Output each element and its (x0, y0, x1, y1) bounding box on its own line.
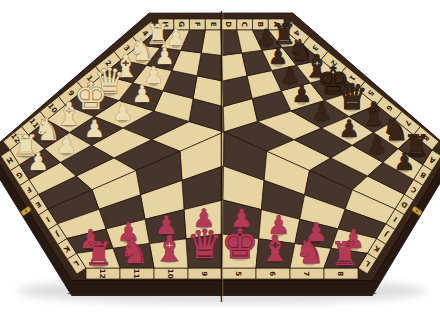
edge-label: D (224, 21, 233, 27)
piece-black-p[interactable]: ♟ (311, 98, 332, 126)
edge-label: 10 (166, 269, 175, 279)
piece-black-p[interactable]: ♟ (393, 147, 415, 176)
piece-black-p[interactable]: ♟ (366, 131, 388, 159)
piece-white-p[interactable]: ♟ (56, 131, 78, 159)
svg-text:♟: ♟ (291, 80, 312, 107)
edge-label: 6 (268, 271, 277, 276)
svg-text:♛: ♛ (187, 221, 222, 267)
piece-black-p[interactable]: ♟ (338, 115, 359, 143)
svg-text:♝: ♝ (154, 228, 186, 269)
piece-red-k[interactable]: ♚ (221, 219, 258, 268)
edge-label: 5 (234, 271, 243, 276)
svg-text:♜: ♜ (84, 235, 113, 273)
three-player-chess-board: HGFEDCBA43215678ABCDIJKL12111095678HGFEI… (0, 0, 440, 312)
piece-red-r[interactable]: ♜ (331, 235, 360, 273)
svg-text:♝: ♝ (259, 228, 291, 269)
piece-red-n[interactable]: ♞ (119, 232, 149, 271)
edge-label: F (193, 22, 202, 27)
piece-black-p[interactable]: ♟ (291, 80, 312, 107)
svg-text:♞: ♞ (119, 232, 149, 271)
edge-label: C (240, 22, 249, 27)
edge-label: 9 (200, 271, 209, 276)
piece-white-p[interactable]: ♟ (27, 147, 49, 176)
piece-red-q[interactable]: ♛ (187, 221, 222, 267)
svg-text:♟: ♟ (112, 98, 133, 126)
piece-red-r[interactable]: ♜ (84, 235, 113, 273)
svg-text:♟: ♟ (132, 80, 153, 107)
edge-label: 7 (302, 271, 311, 276)
svg-text:♟: ♟ (366, 131, 388, 159)
piece-white-p[interactable]: ♟ (112, 98, 133, 126)
piece-red-n[interactable]: ♞ (295, 232, 325, 271)
svg-text:♜: ♜ (331, 235, 360, 273)
svg-text:♚: ♚ (221, 219, 258, 268)
svg-text:♟: ♟ (338, 115, 359, 143)
piece-red-b[interactable]: ♝ (259, 228, 291, 269)
svg-text:♟: ♟ (27, 147, 49, 176)
svg-text:♟: ♟ (393, 147, 415, 176)
svg-text:♟: ♟ (84, 115, 105, 143)
piece-white-p[interactable]: ♟ (132, 80, 153, 107)
piece-white-p[interactable]: ♟ (84, 115, 105, 143)
svg-text:♟: ♟ (311, 98, 332, 126)
svg-text:♞: ♞ (295, 232, 325, 271)
board-cell[interactable] (197, 53, 222, 81)
edge-label: E (209, 22, 218, 27)
svg-text:♟: ♟ (56, 131, 78, 159)
piece-red-b[interactable]: ♝ (154, 228, 186, 269)
board-photo: Three-player chess (3-man chess) — hexag… (0, 0, 440, 312)
